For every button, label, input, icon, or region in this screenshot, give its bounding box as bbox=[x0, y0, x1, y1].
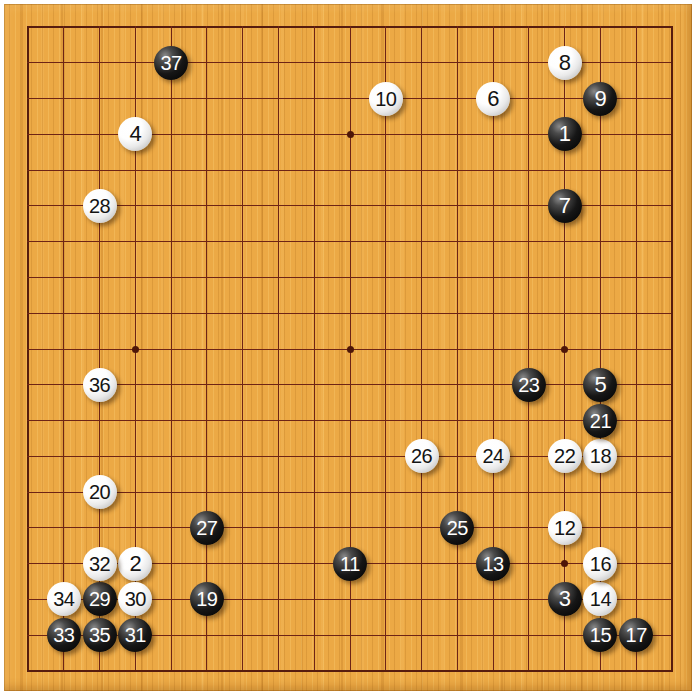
go-stone-white: 32 bbox=[83, 547, 117, 581]
go-stone-white: 4 bbox=[118, 117, 152, 151]
move-number-label: 22 bbox=[554, 446, 575, 466]
go-stone-black: 27 bbox=[190, 511, 224, 545]
grid-line-horizontal bbox=[27, 492, 673, 493]
move-number-label: 24 bbox=[482, 446, 503, 466]
move-number-label: 34 bbox=[53, 589, 74, 609]
move-number-label: 14 bbox=[590, 589, 611, 609]
go-stone-white: 12 bbox=[548, 511, 582, 545]
move-number-label: 3 bbox=[559, 588, 571, 610]
move-number-label: 36 bbox=[89, 375, 110, 395]
grid-line-vertical bbox=[421, 26, 422, 672]
go-stone-black: 13 bbox=[476, 547, 510, 581]
go-stone-white: 22 bbox=[548, 439, 582, 473]
move-number-label: 1 bbox=[559, 123, 571, 145]
move-number-label: 8 bbox=[559, 52, 571, 74]
grid-line-horizontal bbox=[27, 384, 673, 385]
move-number-label: 6 bbox=[487, 88, 499, 110]
move-number-label: 15 bbox=[590, 625, 611, 645]
move-number-label: 12 bbox=[554, 518, 575, 538]
go-stone-white: 30 bbox=[118, 582, 152, 616]
move-number-label: 20 bbox=[89, 482, 110, 502]
move-number-label: 7 bbox=[559, 195, 571, 217]
go-stone-white: 6 bbox=[476, 82, 510, 116]
go-stone-white: 2 bbox=[118, 547, 152, 581]
go-stone-white: 24 bbox=[476, 439, 510, 473]
go-stone-black: 11 bbox=[333, 547, 367, 581]
go-board: 1234567891011121314151617181920212223242… bbox=[4, 4, 692, 691]
grid-line-horizontal bbox=[27, 670, 673, 672]
move-number-label: 21 bbox=[590, 411, 611, 431]
go-stone-black: 31 bbox=[118, 618, 152, 652]
grid-line-horizontal bbox=[27, 420, 673, 421]
go-stone-black: 25 bbox=[440, 511, 474, 545]
go-kifu-diagram: 1234567891011121314151617181920212223242… bbox=[0, 0, 700, 700]
move-number-label: 26 bbox=[411, 446, 432, 466]
move-number-label: 25 bbox=[447, 518, 468, 538]
move-number-label: 10 bbox=[375, 89, 396, 109]
go-stone-black: 29 bbox=[83, 582, 117, 616]
grid-line-vertical bbox=[671, 26, 673, 672]
star-point bbox=[132, 346, 139, 353]
go-stone-white: 18 bbox=[583, 439, 617, 473]
star-point bbox=[561, 560, 568, 567]
go-stone-black: 5 bbox=[583, 368, 617, 402]
star-point bbox=[347, 131, 354, 138]
grid-line-vertical bbox=[457, 26, 458, 672]
go-stone-white: 8 bbox=[548, 46, 582, 80]
move-number-label: 5 bbox=[595, 374, 607, 396]
go-stone-black: 23 bbox=[512, 368, 546, 402]
go-stone-black: 35 bbox=[83, 618, 117, 652]
go-stone-black: 17 bbox=[619, 618, 653, 652]
move-number-label: 18 bbox=[590, 446, 611, 466]
go-stone-black: 1 bbox=[548, 117, 582, 151]
move-number-label: 4 bbox=[129, 123, 141, 145]
go-stone-white: 34 bbox=[47, 582, 81, 616]
move-number-label: 13 bbox=[482, 554, 503, 574]
go-stone-white: 28 bbox=[83, 189, 117, 223]
go-stone-black: 37 bbox=[154, 46, 188, 80]
grid-line-vertical bbox=[636, 26, 637, 672]
move-number-label: 17 bbox=[626, 625, 647, 645]
grid-line-vertical bbox=[528, 26, 529, 672]
move-number-label: 31 bbox=[125, 625, 146, 645]
grid-line-vertical bbox=[385, 26, 386, 672]
go-stone-black: 7 bbox=[548, 189, 582, 223]
go-stone-white: 26 bbox=[405, 439, 439, 473]
move-number-label: 29 bbox=[89, 589, 110, 609]
go-stone-black: 33 bbox=[47, 618, 81, 652]
move-number-label: 37 bbox=[160, 53, 181, 73]
move-number-label: 23 bbox=[518, 375, 539, 395]
move-number-label: 35 bbox=[89, 625, 110, 645]
move-number-label: 28 bbox=[89, 196, 110, 216]
go-stone-black: 9 bbox=[583, 82, 617, 116]
move-number-label: 9 bbox=[595, 88, 607, 110]
move-number-label: 2 bbox=[129, 553, 141, 575]
go-stone-black: 21 bbox=[583, 404, 617, 438]
go-stone-white: 14 bbox=[583, 582, 617, 616]
move-number-label: 19 bbox=[196, 589, 217, 609]
star-point bbox=[347, 346, 354, 353]
go-stone-white: 20 bbox=[83, 475, 117, 509]
move-number-label: 27 bbox=[196, 518, 217, 538]
go-stone-white: 36 bbox=[83, 368, 117, 402]
go-stone-black: 3 bbox=[548, 582, 582, 616]
go-stone-black: 19 bbox=[190, 582, 224, 616]
go-stone-white: 10 bbox=[369, 82, 403, 116]
move-number-label: 33 bbox=[53, 625, 74, 645]
move-number-label: 32 bbox=[89, 554, 110, 574]
star-point bbox=[561, 346, 568, 353]
go-stone-black: 15 bbox=[583, 618, 617, 652]
move-number-label: 16 bbox=[590, 554, 611, 574]
move-number-label: 11 bbox=[340, 554, 360, 574]
go-stone-white: 16 bbox=[583, 547, 617, 581]
move-number-label: 30 bbox=[125, 589, 146, 609]
